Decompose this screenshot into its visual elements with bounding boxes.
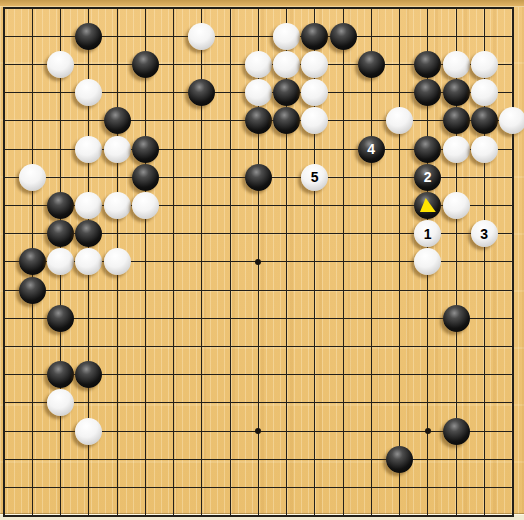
- stone-black: 4: [358, 136, 385, 163]
- grid-line-v: [371, 7, 372, 517]
- stone-white: 1: [414, 220, 441, 247]
- move-number-label: 5: [311, 170, 319, 184]
- stone-white: [301, 51, 328, 78]
- stone-black: [245, 164, 272, 191]
- stone-white: [245, 79, 272, 106]
- stone-white: [273, 51, 300, 78]
- stone-white: [75, 248, 102, 275]
- stone-black: [301, 23, 328, 50]
- stone-white: [75, 192, 102, 219]
- stone-white: [499, 107, 524, 134]
- grid-line-v: [230, 7, 231, 517]
- stone-black: [132, 164, 159, 191]
- stone-white: [75, 136, 102, 163]
- stone-black: 2: [414, 164, 441, 191]
- stone-white: [132, 192, 159, 219]
- go-app-screen: 45213: [0, 0, 524, 520]
- stone-black: [132, 136, 159, 163]
- stone-white: [471, 79, 498, 106]
- stone-black: [443, 305, 470, 332]
- stone-white: [443, 136, 470, 163]
- stone-white: [47, 51, 74, 78]
- move-number-label: 4: [367, 142, 375, 156]
- stone-white: [443, 192, 470, 219]
- stone-black: [330, 23, 357, 50]
- stone-white: [104, 192, 131, 219]
- stone-black: [75, 361, 102, 388]
- board-top-edge: [0, 0, 524, 7]
- stone-black: [443, 107, 470, 134]
- grid-line-v: [399, 7, 400, 517]
- stone-black: [414, 51, 441, 78]
- stone-black: [75, 23, 102, 50]
- stone-white: [75, 418, 102, 445]
- stone-black: [104, 107, 131, 134]
- grid-line-v: [3, 7, 5, 517]
- grid-line-v: [512, 7, 514, 517]
- stone-black: [443, 418, 470, 445]
- stone-white: [19, 164, 46, 191]
- grid-line-v: [145, 7, 146, 517]
- stone-black: [132, 51, 159, 78]
- stone-white: [104, 136, 131, 163]
- stone-black: [47, 361, 74, 388]
- stone-white: [75, 79, 102, 106]
- stone-white: [104, 248, 131, 275]
- stone-white: 3: [471, 220, 498, 247]
- stone-black: [414, 136, 441, 163]
- stone-black: [414, 79, 441, 106]
- stone-black: [47, 305, 74, 332]
- stone-black: [19, 277, 46, 304]
- stone-black: [386, 446, 413, 473]
- stone-white: [301, 79, 328, 106]
- stone-white: [245, 51, 272, 78]
- stone-white: [471, 136, 498, 163]
- grid-line-v: [173, 7, 174, 517]
- stone-white: [301, 107, 328, 134]
- stone-black: [47, 220, 74, 247]
- stone-black: [75, 220, 102, 247]
- stone-white: [273, 23, 300, 50]
- stone-white: [414, 248, 441, 275]
- triangle-marker-icon: [419, 196, 437, 214]
- star-point: [255, 428, 261, 434]
- star-point: [255, 259, 261, 265]
- move-number-label: 1: [424, 227, 432, 241]
- stone-white: [47, 389, 74, 416]
- move-number-label: 2: [424, 170, 432, 184]
- stone-white: [386, 107, 413, 134]
- stone-white: [443, 51, 470, 78]
- stone-black: [19, 248, 46, 275]
- go-board[interactable]: 45213: [0, 0, 524, 520]
- stone-black: [471, 107, 498, 134]
- move-number-label: 3: [480, 227, 488, 241]
- stone-black: [245, 107, 272, 134]
- stone-white: [471, 51, 498, 78]
- stone-black: [47, 192, 74, 219]
- stone-black: [358, 51, 385, 78]
- stone-white: 5: [301, 164, 328, 191]
- stone-black: [443, 79, 470, 106]
- grid-line-v: [343, 7, 344, 517]
- star-point: [425, 428, 431, 434]
- stone-black: [414, 192, 441, 219]
- stone-white: [47, 248, 74, 275]
- stone-black: [273, 107, 300, 134]
- stone-black: [273, 79, 300, 106]
- stone-white: [188, 23, 215, 50]
- stone-black: [188, 79, 215, 106]
